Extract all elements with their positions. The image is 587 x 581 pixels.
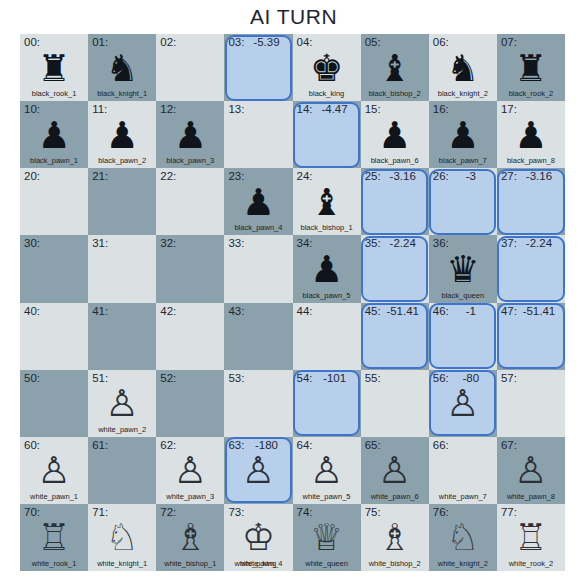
cell-index-label: 55: [365,372,381,385]
piece-label: white_pawn_6 [361,492,429,501]
cell-index-label: 24: [297,170,313,183]
black-pawn-1-icon[interactable]: ♟ [37,116,70,153]
cell-header: 36: [429,235,497,250]
board-cell-40[interactable]: 40: [20,303,88,370]
board-cell-16[interactable]: 16:♟black_pawn_7 [429,101,497,168]
black-knight-1-icon[interactable]: ♞ [106,49,139,86]
cell-header: 76: [429,504,497,519]
cell-header: 07: [497,34,565,49]
piece-label: white_pawn_3 [156,492,224,501]
cell-header: 01: [88,34,156,49]
cell-index-label: 25: [365,170,381,183]
board-cell-11[interactable]: 11:♟black_pawn_2 [88,101,156,168]
piece-label: white_knight_1 [88,559,156,568]
black-queen-icon[interactable]: ♛ [446,250,479,287]
black-knight-2-icon[interactable]: ♞ [446,49,479,86]
cell-header: 10: [20,101,88,116]
cell-score-value: -1 [449,305,493,318]
cell-header: 40: [20,303,88,318]
piece-label: black_bishop_1 [293,223,361,232]
cell-header: 63:-180 [224,437,292,452]
cell-index-label: 61: [92,439,108,452]
cell-header: 54:-101 [293,370,361,385]
board-cell-07[interactable]: 07:♜black_rook_2 [497,34,565,101]
board-cell-65[interactable]: 65:♙white_pawn_6 [361,437,429,504]
board-cell-25[interactable]: 25:-3.16 [361,168,429,235]
cell-index-label: 10: [24,103,40,116]
cell-header: 05: [361,34,429,49]
cell-header: 17: [497,101,565,116]
board-cell-73[interactable]: 73:♔white_kingwhite_pawn_4 [224,504,292,571]
cell-index-label: 57: [501,372,517,385]
board-cell-42[interactable]: 42: [156,303,224,370]
white-bishop-1-icon[interactable]: ♗ [174,519,207,556]
white-pawn-3-icon[interactable]: ♙ [174,452,207,489]
cell-index-label: 50: [24,372,40,385]
board-cell-53[interactable]: 53: [224,370,292,437]
cell-header: 67: [497,437,565,452]
cell-header: 15: [361,101,429,116]
cell-header: 43: [224,303,292,318]
black-rook-1-icon[interactable]: ♜ [37,49,70,86]
cell-index-label: 75: [365,506,381,519]
cell-index-label: 27: [501,170,517,183]
cell-header: 41: [88,303,156,318]
cell-score-value: -180 [244,439,288,452]
cell-index-label: 67: [501,439,517,452]
cell-score-value: -2.24 [381,237,425,250]
cell-score-value: -3 [449,170,493,183]
cell-index-label: 17: [501,103,517,116]
piece-label: white_pawn_2 [88,425,156,434]
cell-header: 27:-3.16 [497,168,565,183]
board-cell-04[interactable]: 04:♚black_king [293,34,361,101]
board-cell-61[interactable]: 61: [88,437,156,504]
board-cell-66[interactable]: 66:white_pawn_7 [429,437,497,504]
cell-header: 52: [156,370,224,385]
cell-index-label: 33: [228,237,244,250]
cell-header: 21: [88,168,156,183]
cell-header: 23: [224,168,292,183]
piece-label: black_pawn_7 [429,156,497,165]
cell-index-label: 12: [160,103,176,116]
board-cell-47[interactable]: 47:-51.41 [497,303,565,370]
black-pawn-5-icon[interactable]: ♟ [310,250,343,287]
cell-header: 34: [293,235,361,250]
cell-header: 66: [429,437,497,452]
piece-label: white_pawn_4 [224,559,292,568]
cell-score-value: -51.41 [381,305,425,318]
black-pawn-8-icon[interactable]: ♟ [514,116,547,153]
piece-label: black_pawn_2 [88,156,156,165]
piece-label: black_pawn_4 [224,223,292,232]
cell-index-label: 76: [433,506,449,519]
board-cell-55[interactable]: 55: [361,370,429,437]
cell-header: 74: [293,504,361,519]
cell-index-label: 71: [92,506,108,519]
cell-header: 33: [224,235,292,250]
white-knight-1-icon[interactable]: ♘ [106,519,139,556]
cell-index-label: 37: [501,237,517,250]
white-knight-2-icon[interactable]: ♘ [446,519,479,556]
board-cell-36[interactable]: 36:♛black_queen [429,235,497,302]
cell-header: 26:-3 [429,168,497,183]
board-cell-62[interactable]: 62:♙white_pawn_3 [156,437,224,504]
cell-header: 37:-2.24 [497,235,565,250]
cell-index-label: 63: [228,439,244,452]
cell-score-value: -2.24 [517,237,561,250]
white-queen-icon[interactable]: ♕ [310,519,343,556]
piece-label: black_pawn_1 [20,156,88,165]
cell-index-label: 64: [297,439,313,452]
board-cell-20[interactable]: 20: [20,168,88,235]
cell-header: 42: [156,303,224,318]
cell-index-label: 07: [501,36,517,49]
white-king-icon[interactable]: ♔ [242,519,275,556]
cell-index-label: 20: [24,170,40,183]
board-cell-14[interactable]: 14:-4.47 [293,101,361,168]
white-rook-2-icon[interactable]: ♖ [514,519,547,556]
cell-index-label: 21: [92,170,108,183]
board-cell-63[interactable]: 63:-180♙ [224,437,292,504]
cell-index-label: 04: [297,36,313,49]
board-cell-00[interactable]: 00:♜black_rook_1 [20,34,88,101]
cell-index-label: 65: [365,439,381,452]
cell-index-label: 43: [228,305,244,318]
piece-label: white_pawn_7 [429,492,497,501]
white-rook-1-icon[interactable]: ♖ [37,519,70,556]
black-bishop-2-icon[interactable]: ♝ [378,49,411,86]
cell-header: 53: [224,370,292,385]
cell-index-label: 31: [92,237,108,250]
cell-score-value: -80 [449,372,493,385]
cell-index-label: 35: [365,237,381,250]
cell-header: 46:-1 [429,303,497,318]
cell-index-label: 42: [160,305,176,318]
board-cell-44[interactable]: 44: [293,303,361,370]
cell-index-label: 13: [228,103,244,116]
piece-label: black_king [293,89,361,98]
cell-index-label: 05: [365,36,381,49]
piece-label: white_bishop_2 [361,559,429,568]
piece-label: black_knight_2 [429,89,497,98]
cell-index-label: 36: [433,237,449,250]
cell-header: 20: [20,168,88,183]
page-title: AI TURN [0,5,587,29]
cell-index-label: 47: [501,305,517,318]
board-cell-50[interactable]: 50: [20,370,88,437]
white-bishop-2-icon[interactable]: ♗ [378,519,411,556]
cell-header: 71: [88,504,156,519]
board-cell-22[interactable]: 22: [156,168,224,235]
board-cell-17[interactable]: 17:♟black_pawn_8 [497,101,565,168]
cell-index-label: 56: [433,372,449,385]
board-cell-33[interactable]: 33: [224,235,292,302]
piece-label: white_pawn_8 [497,492,565,501]
cell-header: 55: [361,370,429,385]
cell-index-label: 77: [501,506,517,519]
cell-score-value: -101 [313,372,357,385]
cell-index-label: 00: [24,36,40,49]
cell-index-label: 51: [92,372,108,385]
cell-header: 61: [88,437,156,452]
white-piece-icon[interactable]: ♙ [242,452,275,489]
cell-header: 70: [20,504,88,519]
cell-header: 73: [224,504,292,519]
white-pawn-1-icon[interactable]: ♙ [37,452,70,489]
cell-index-label: 26: [433,170,449,183]
piece-label: black_bishop_2 [361,89,429,98]
piece-label: white_rook_1 [20,559,88,568]
black-pawn-2-icon[interactable]: ♟ [106,116,139,153]
board-cell-32[interactable]: 32: [156,235,224,302]
white-pawn-2-icon[interactable]: ♙ [106,385,139,422]
board-cell-23[interactable]: 23:♟black_pawn_4 [224,168,292,235]
cell-header: 24: [293,168,361,183]
cell-index-label: 52: [160,372,176,385]
board-cell-21[interactable]: 21: [88,168,156,235]
cell-header: 60: [20,437,88,452]
cell-index-label: 73: [228,506,244,519]
black-rook-2-icon[interactable]: ♜ [514,49,547,86]
cell-score-value: -51.41 [517,305,561,318]
cell-header: 06: [429,34,497,49]
cell-header: 11: [88,101,156,116]
board-cell-45[interactable]: 45:-51.41 [361,303,429,370]
cell-index-label: 60: [24,439,40,452]
board-cell-37[interactable]: 37:-2.24 [497,235,565,302]
board-cell-02[interactable]: 02: [156,34,224,101]
cell-index-label: 22: [160,170,176,183]
chess-board: 00:♜black_rook_101:♞black_knight_102:03:… [20,34,565,571]
white-piece-icon[interactable]: ♙ [446,385,479,422]
cell-header: 35:-2.24 [361,235,429,250]
cell-index-label: 45: [365,305,381,318]
board-cell-54[interactable]: 54:-101 [293,370,361,437]
cell-header: 03:-5.39 [224,34,292,49]
board-cell-52[interactable]: 52: [156,370,224,437]
board-cell-76[interactable]: 76:♘white_knight_2 [429,504,497,571]
cell-header: 57: [497,370,565,385]
cell-index-label: 41: [92,305,108,318]
piece-label: black_pawn_5 [293,291,361,300]
piece-label: white_pawn_5 [293,492,361,501]
board-cell-75[interactable]: 75:♗white_bishop_2 [361,504,429,571]
board-cell-27[interactable]: 27:-3.16 [497,168,565,235]
cell-index-label: 01: [92,36,108,49]
board-cell-03[interactable]: 03:-5.39 [224,34,292,101]
cell-header: 25:-3.16 [361,168,429,183]
board-cell-74[interactable]: 74:♕white_queen [293,504,361,571]
white-pawn-8-icon[interactable]: ♙ [514,452,547,489]
cell-index-label: 14: [297,103,313,116]
piece-label: black_knight_1 [88,89,156,98]
board-cell-70[interactable]: 70:♖white_rook_1 [20,504,88,571]
cell-index-label: 03: [228,36,244,49]
cell-score-value: -4.47 [313,103,357,116]
cell-index-label: 15: [365,103,381,116]
cell-index-label: 54: [297,372,313,385]
cell-header: 00: [20,34,88,49]
piece-label: white_bishop_1 [156,559,224,568]
piece-label: white_rook_2 [497,559,565,568]
cell-header: 72: [156,504,224,519]
cell-header: 50: [20,370,88,385]
cell-header: 04: [293,34,361,49]
board-cell-30[interactable]: 30: [20,235,88,302]
cell-header: 65: [361,437,429,452]
cell-header: 44: [293,303,361,318]
piece-label: black_pawn_6 [361,156,429,165]
cell-header: 30: [20,235,88,250]
cell-header: 12: [156,101,224,116]
board-cell-13[interactable]: 13: [224,101,292,168]
board-cell-56[interactable]: 56:-80♙ [429,370,497,437]
black-pawn-3-icon[interactable]: ♟ [174,116,207,153]
cell-index-label: 06: [433,36,449,49]
black-pawn-7-icon[interactable]: ♟ [446,116,479,153]
cell-score-value: -3.16 [381,170,425,183]
piece-label: black_pawn_8 [497,156,565,165]
cell-index-label: 70: [24,506,40,519]
cell-header: 56:-80 [429,370,497,385]
board-cell-15[interactable]: 15:♟black_pawn_6 [361,101,429,168]
piece-label: black_queen [429,291,497,300]
piece-label: black_pawn_3 [156,156,224,165]
piece-label: black_rook_2 [497,89,565,98]
black-king-icon[interactable]: ♚ [310,49,343,86]
board-cell-43[interactable]: 43: [224,303,292,370]
cell-header: 16: [429,101,497,116]
cell-header: 45:-51.41 [361,303,429,318]
cell-index-label: 23: [228,170,244,183]
board-cell-72[interactable]: 72:♗white_bishop_1 [156,504,224,571]
board-cell-71[interactable]: 71:♘white_knight_1 [88,504,156,571]
cell-index-label: 72: [160,506,176,519]
board-cell-77[interactable]: 77:♖white_rook_2 [497,504,565,571]
cell-index-label: 34: [297,237,313,250]
board-cell-31[interactable]: 31: [88,235,156,302]
cell-index-label: 30: [24,237,40,250]
cell-header: 62: [156,437,224,452]
board-cell-05[interactable]: 05:♝black_bishop_2 [361,34,429,101]
cell-header: 32: [156,235,224,250]
board-cell-60[interactable]: 60:♙white_pawn_1 [20,437,88,504]
piece-label: white_knight_2 [429,559,497,568]
board-cell-51[interactable]: 51:♙white_pawn_2 [88,370,156,437]
board-cell-01[interactable]: 01:♞black_knight_1 [88,34,156,101]
board-cell-41[interactable]: 41: [88,303,156,370]
board-cell-46[interactable]: 46:-1 [429,303,497,370]
black-bishop-1-icon[interactable]: ♝ [310,183,343,220]
cell-index-label: 02: [160,36,176,49]
board-cell-35[interactable]: 35:-2.24 [361,235,429,302]
black-pawn-4-icon[interactable]: ♟ [242,183,275,220]
cell-header: 22: [156,168,224,183]
cell-score-value: -3.16 [517,170,561,183]
black-pawn-6-icon[interactable]: ♟ [378,116,411,153]
cell-header: 14:-4.47 [293,101,361,116]
board-cell-10[interactable]: 10:♟black_pawn_1 [20,101,88,168]
cell-index-label: 46: [433,305,449,318]
cell-header: 31: [88,235,156,250]
board-cell-57[interactable]: 57: [497,370,565,437]
cell-index-label: 16: [433,103,449,116]
cell-score-value: -5.39 [244,36,288,49]
board-cell-06[interactable]: 06:♞black_knight_2 [429,34,497,101]
board-cell-67[interactable]: 67:♙white_pawn_8 [497,437,565,504]
cell-index-label: 74: [297,506,313,519]
cell-header: 13: [224,101,292,116]
piece-label: white_queen [293,559,361,568]
white-pawn-5-icon[interactable]: ♙ [310,452,343,489]
white-pawn-6-icon[interactable]: ♙ [378,452,411,489]
board-cell-64[interactable]: 64:♙white_pawn_5 [293,437,361,504]
cell-index-label: 40: [24,305,40,318]
cell-header: 77: [497,504,565,519]
board-cell-26[interactable]: 26:-3 [429,168,497,235]
cell-index-label: 53: [228,372,244,385]
cell-header: 64: [293,437,361,452]
board-cell-34[interactable]: 34:♟black_pawn_5 [293,235,361,302]
cell-index-label: 32: [160,237,176,250]
cell-header: 02: [156,34,224,49]
cell-index-label: 62: [160,439,176,452]
piece-label: black_rook_1 [20,89,88,98]
piece-label: white_pawn_1 [20,492,88,501]
board-cell-24[interactable]: 24:♝black_bishop_1 [293,168,361,235]
board-cell-12[interactable]: 12:♟black_pawn_3 [156,101,224,168]
cell-header: 47:-51.41 [497,303,565,318]
cell-header: 51: [88,370,156,385]
cell-index-label: 44: [297,305,313,318]
cell-index-label: 11: [92,103,107,116]
cell-index-label: 66: [433,439,449,452]
cell-header: 75: [361,504,429,519]
